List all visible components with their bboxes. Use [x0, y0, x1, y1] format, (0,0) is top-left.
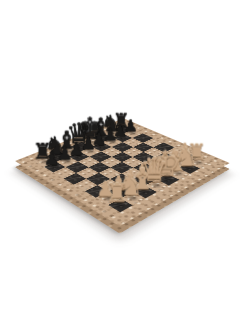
square-d1: ♛	[145, 179, 169, 191]
piece-shadow	[181, 164, 197, 172]
piece-shadow	[74, 143, 89, 150]
product-photo: ♜♞♝♛♚♝♞♜♟♟♟♟♟♟♟♟♟♟♟♟♟♟♟♟♜♞♝♛♚♝♞♜	[0, 0, 240, 329]
chessboard: ♜♞♝♛♚♝♞♜♟♟♟♟♟♟♟♟♟♟♟♟♟♟♟♟♜♞♝♛♚♝♞♜	[15, 118, 230, 226]
piece-shadow	[159, 175, 176, 184]
square-h1: ♜	[188, 157, 210, 168]
piece-shadow	[191, 159, 207, 167]
piece-shadow	[148, 181, 165, 190]
piece-shadow	[47, 163, 63, 171]
piece-shadow	[136, 187, 153, 196]
square-b5	[76, 167, 99, 178]
piece-shadow	[99, 193, 117, 203]
chess-set-scene: ♜♞♝♛♚♝♞♜♟♟♟♟♟♟♟♟♟♟♟♟♟♟♟♟♜♞♝♛♚♝♞♜	[46, 86, 198, 238]
piece-shadow	[170, 170, 186, 178]
